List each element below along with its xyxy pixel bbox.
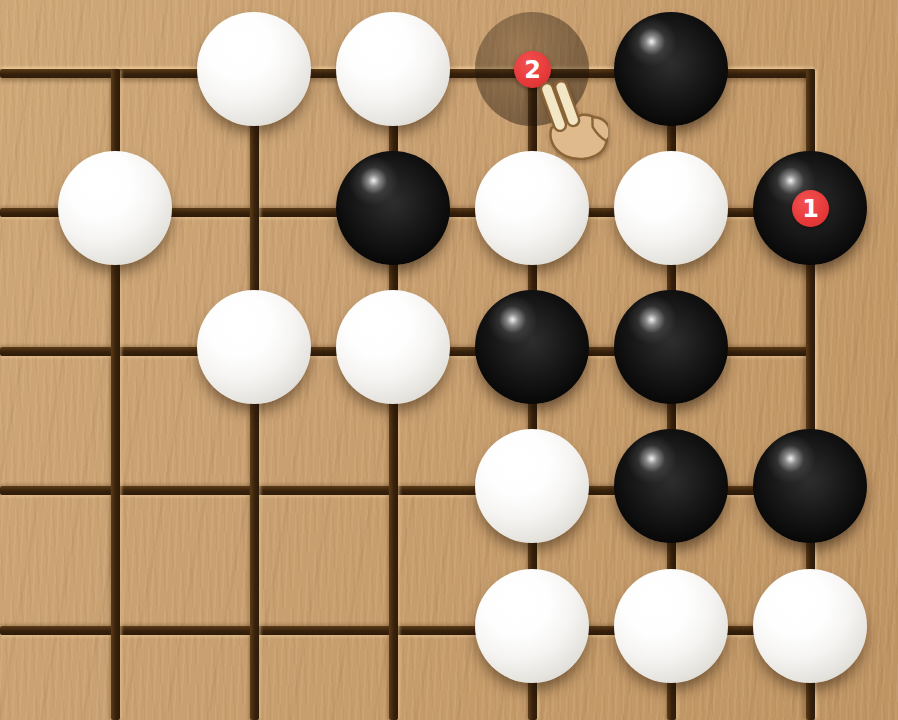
stone-white — [475, 569, 589, 683]
stone-white — [336, 12, 450, 126]
stone-white — [614, 569, 728, 683]
stone-black — [614, 429, 728, 543]
move-badge: 1 — [792, 190, 829, 227]
stone-white — [753, 569, 867, 683]
stone-white — [614, 151, 728, 265]
tap-hand-cursor — [534, 73, 608, 171]
stone-white — [336, 290, 450, 404]
stone-black — [614, 290, 728, 404]
stone-white — [58, 151, 172, 265]
stone-black — [753, 429, 867, 543]
stone-black — [336, 151, 450, 265]
stone-black — [475, 290, 589, 404]
stone-white — [197, 290, 311, 404]
stone-white — [197, 12, 311, 126]
stone-black — [614, 12, 728, 126]
stone-white — [475, 429, 589, 543]
go-board[interactable]: 12 — [0, 0, 898, 720]
go-game-screen: 12 — [0, 0, 898, 720]
